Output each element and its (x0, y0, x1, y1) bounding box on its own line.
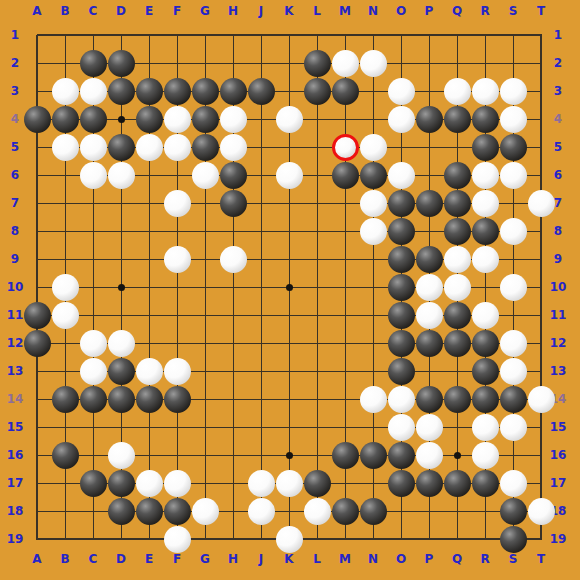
point-T8[interactable] (527, 217, 555, 245)
point-A3[interactable] (23, 77, 51, 105)
point-A14[interactable] (23, 385, 51, 413)
point-L1[interactable] (303, 21, 331, 49)
point-S15[interactable] (499, 413, 527, 441)
point-P2[interactable] (415, 49, 443, 77)
point-E15[interactable] (135, 413, 163, 441)
point-C6[interactable] (79, 161, 107, 189)
point-E5[interactable] (135, 133, 163, 161)
point-T18[interactable] (527, 497, 555, 525)
point-E19[interactable] (135, 525, 163, 553)
point-T2[interactable] (527, 49, 555, 77)
point-F6[interactable] (163, 161, 191, 189)
point-L5[interactable] (303, 133, 331, 161)
point-G18[interactable] (191, 497, 219, 525)
point-A18[interactable] (23, 497, 51, 525)
point-D17[interactable] (107, 469, 135, 497)
point-J17[interactable] (247, 469, 275, 497)
point-Q11[interactable] (443, 301, 471, 329)
point-T6[interactable] (527, 161, 555, 189)
point-R2[interactable] (471, 49, 499, 77)
point-E2[interactable] (135, 49, 163, 77)
point-E1[interactable] (135, 21, 163, 49)
point-H18[interactable] (219, 497, 247, 525)
point-C7[interactable] (79, 189, 107, 217)
point-E9[interactable] (135, 245, 163, 273)
point-N12[interactable] (359, 329, 387, 357)
point-B7[interactable] (51, 189, 79, 217)
point-Q13[interactable] (443, 357, 471, 385)
point-M1[interactable] (331, 21, 359, 49)
point-E6[interactable] (135, 161, 163, 189)
point-T3[interactable] (527, 77, 555, 105)
point-S13[interactable] (499, 357, 527, 385)
point-D3[interactable] (107, 77, 135, 105)
point-O14[interactable] (387, 385, 415, 413)
point-R7[interactable] (471, 189, 499, 217)
point-G17[interactable] (191, 469, 219, 497)
point-F8[interactable] (163, 217, 191, 245)
point-E4[interactable] (135, 105, 163, 133)
point-A10[interactable] (23, 273, 51, 301)
point-L17[interactable] (303, 469, 331, 497)
point-H14[interactable] (219, 385, 247, 413)
point-B14[interactable] (51, 385, 79, 413)
point-A19[interactable] (23, 525, 51, 553)
point-S11[interactable] (499, 301, 527, 329)
point-K3[interactable] (275, 77, 303, 105)
point-L2[interactable] (303, 49, 331, 77)
point-D5[interactable] (107, 133, 135, 161)
point-M7[interactable] (331, 189, 359, 217)
point-F17[interactable] (163, 469, 191, 497)
point-O2[interactable] (387, 49, 415, 77)
point-Q4[interactable] (443, 105, 471, 133)
point-J18[interactable] (247, 497, 275, 525)
point-H2[interactable] (219, 49, 247, 77)
point-R10[interactable] (471, 273, 499, 301)
point-N4[interactable] (359, 105, 387, 133)
point-O4[interactable] (387, 105, 415, 133)
point-S10[interactable] (499, 273, 527, 301)
point-F9[interactable] (163, 245, 191, 273)
point-P19[interactable] (415, 525, 443, 553)
point-E16[interactable] (135, 441, 163, 469)
point-D12[interactable] (107, 329, 135, 357)
point-B18[interactable] (51, 497, 79, 525)
point-H4[interactable] (219, 105, 247, 133)
point-J7[interactable] (247, 189, 275, 217)
point-Q1[interactable] (443, 21, 471, 49)
point-A2[interactable] (23, 49, 51, 77)
point-C8[interactable] (79, 217, 107, 245)
point-R1[interactable] (471, 21, 499, 49)
point-S7[interactable] (499, 189, 527, 217)
point-R4[interactable] (471, 105, 499, 133)
point-J15[interactable] (247, 413, 275, 441)
point-T17[interactable] (527, 469, 555, 497)
point-P5[interactable] (415, 133, 443, 161)
point-K9[interactable] (275, 245, 303, 273)
point-L15[interactable] (303, 413, 331, 441)
point-D6[interactable] (107, 161, 135, 189)
point-K4[interactable] (275, 105, 303, 133)
point-C2[interactable] (79, 49, 107, 77)
point-K18[interactable] (275, 497, 303, 525)
point-J14[interactable] (247, 385, 275, 413)
point-D4[interactable] (107, 105, 135, 133)
point-P11[interactable] (415, 301, 443, 329)
point-M6[interactable] (331, 161, 359, 189)
point-M3[interactable] (331, 77, 359, 105)
point-N14[interactable] (359, 385, 387, 413)
point-M9[interactable] (331, 245, 359, 273)
point-F11[interactable] (163, 301, 191, 329)
point-F7[interactable] (163, 189, 191, 217)
point-K12[interactable] (275, 329, 303, 357)
point-L3[interactable] (303, 77, 331, 105)
point-F3[interactable] (163, 77, 191, 105)
point-F12[interactable] (163, 329, 191, 357)
point-A13[interactable] (23, 357, 51, 385)
point-D2[interactable] (107, 49, 135, 77)
point-G10[interactable] (191, 273, 219, 301)
point-E10[interactable] (135, 273, 163, 301)
point-L14[interactable] (303, 385, 331, 413)
point-Q5[interactable] (443, 133, 471, 161)
point-T4[interactable] (527, 105, 555, 133)
point-N6[interactable] (359, 161, 387, 189)
point-S4[interactable] (499, 105, 527, 133)
point-M13[interactable] (331, 357, 359, 385)
point-B6[interactable] (51, 161, 79, 189)
point-C18[interactable] (79, 497, 107, 525)
point-L4[interactable] (303, 105, 331, 133)
point-H7[interactable] (219, 189, 247, 217)
point-N13[interactable] (359, 357, 387, 385)
point-P14[interactable] (415, 385, 443, 413)
point-O12[interactable] (387, 329, 415, 357)
point-J6[interactable] (247, 161, 275, 189)
point-G11[interactable] (191, 301, 219, 329)
point-J12[interactable] (247, 329, 275, 357)
point-Q10[interactable] (443, 273, 471, 301)
point-K10[interactable] (275, 273, 303, 301)
point-M14[interactable] (331, 385, 359, 413)
point-H9[interactable] (219, 245, 247, 273)
point-K13[interactable] (275, 357, 303, 385)
point-H12[interactable] (219, 329, 247, 357)
point-O9[interactable] (387, 245, 415, 273)
point-M16[interactable] (331, 441, 359, 469)
point-R18[interactable] (471, 497, 499, 525)
point-H10[interactable] (219, 273, 247, 301)
point-G16[interactable] (191, 441, 219, 469)
point-R16[interactable] (471, 441, 499, 469)
point-D15[interactable] (107, 413, 135, 441)
point-H8[interactable] (219, 217, 247, 245)
point-O13[interactable] (387, 357, 415, 385)
point-P13[interactable] (415, 357, 443, 385)
point-C19[interactable] (79, 525, 107, 553)
point-N19[interactable] (359, 525, 387, 553)
point-L16[interactable] (303, 441, 331, 469)
point-T1[interactable] (527, 21, 555, 49)
point-G13[interactable] (191, 357, 219, 385)
point-G4[interactable] (191, 105, 219, 133)
point-C4[interactable] (79, 105, 107, 133)
point-M17[interactable] (331, 469, 359, 497)
point-C1[interactable] (79, 21, 107, 49)
point-E7[interactable] (135, 189, 163, 217)
point-K2[interactable] (275, 49, 303, 77)
point-L18[interactable] (303, 497, 331, 525)
point-G5[interactable] (191, 133, 219, 161)
point-A16[interactable] (23, 441, 51, 469)
point-D10[interactable] (107, 273, 135, 301)
point-F13[interactable] (163, 357, 191, 385)
point-F5[interactable] (163, 133, 191, 161)
point-T14[interactable] (527, 385, 555, 413)
point-P12[interactable] (415, 329, 443, 357)
point-S12[interactable] (499, 329, 527, 357)
point-R8[interactable] (471, 217, 499, 245)
point-P8[interactable] (415, 217, 443, 245)
point-D11[interactable] (107, 301, 135, 329)
point-N5[interactable] (359, 133, 387, 161)
point-N7[interactable] (359, 189, 387, 217)
point-S14[interactable] (499, 385, 527, 413)
point-K7[interactable] (275, 189, 303, 217)
point-K6[interactable] (275, 161, 303, 189)
point-J8[interactable] (247, 217, 275, 245)
point-P17[interactable] (415, 469, 443, 497)
point-D9[interactable] (107, 245, 135, 273)
point-S16[interactable] (499, 441, 527, 469)
point-J11[interactable] (247, 301, 275, 329)
point-C10[interactable] (79, 273, 107, 301)
point-T16[interactable] (527, 441, 555, 469)
point-F19[interactable] (163, 525, 191, 553)
point-B11[interactable] (51, 301, 79, 329)
point-C11[interactable] (79, 301, 107, 329)
point-S6[interactable] (499, 161, 527, 189)
point-J3[interactable] (247, 77, 275, 105)
point-J2[interactable] (247, 49, 275, 77)
point-F18[interactable] (163, 497, 191, 525)
point-M10[interactable] (331, 273, 359, 301)
point-R12[interactable] (471, 329, 499, 357)
point-D16[interactable] (107, 441, 135, 469)
point-H1[interactable] (219, 21, 247, 49)
point-O5[interactable] (387, 133, 415, 161)
point-F10[interactable] (163, 273, 191, 301)
point-C5[interactable] (79, 133, 107, 161)
point-E11[interactable] (135, 301, 163, 329)
point-N15[interactable] (359, 413, 387, 441)
point-L12[interactable] (303, 329, 331, 357)
point-E8[interactable] (135, 217, 163, 245)
point-M11[interactable] (331, 301, 359, 329)
point-S9[interactable] (499, 245, 527, 273)
point-K17[interactable] (275, 469, 303, 497)
point-A17[interactable] (23, 469, 51, 497)
point-P16[interactable] (415, 441, 443, 469)
point-E3[interactable] (135, 77, 163, 105)
point-P18[interactable] (415, 497, 443, 525)
point-H6[interactable] (219, 161, 247, 189)
point-N2[interactable] (359, 49, 387, 77)
point-G19[interactable] (191, 525, 219, 553)
point-Q12[interactable] (443, 329, 471, 357)
point-K11[interactable] (275, 301, 303, 329)
point-L11[interactable] (303, 301, 331, 329)
point-J1[interactable] (247, 21, 275, 49)
point-C16[interactable] (79, 441, 107, 469)
point-A7[interactable] (23, 189, 51, 217)
point-P6[interactable] (415, 161, 443, 189)
point-E14[interactable] (135, 385, 163, 413)
point-B10[interactable] (51, 273, 79, 301)
point-M4[interactable] (331, 105, 359, 133)
point-H17[interactable] (219, 469, 247, 497)
point-R19[interactable] (471, 525, 499, 553)
point-T9[interactable] (527, 245, 555, 273)
point-M8[interactable] (331, 217, 359, 245)
point-Q16[interactable] (443, 441, 471, 469)
point-B19[interactable] (51, 525, 79, 553)
point-C15[interactable] (79, 413, 107, 441)
point-P1[interactable] (415, 21, 443, 49)
point-Q6[interactable] (443, 161, 471, 189)
point-K8[interactable] (275, 217, 303, 245)
point-O8[interactable] (387, 217, 415, 245)
point-D8[interactable] (107, 217, 135, 245)
point-K5[interactable] (275, 133, 303, 161)
point-R13[interactable] (471, 357, 499, 385)
point-N9[interactable] (359, 245, 387, 273)
point-A15[interactable] (23, 413, 51, 441)
point-J13[interactable] (247, 357, 275, 385)
point-E18[interactable] (135, 497, 163, 525)
point-N17[interactable] (359, 469, 387, 497)
point-T7[interactable] (527, 189, 555, 217)
point-G9[interactable] (191, 245, 219, 273)
point-H15[interactable] (219, 413, 247, 441)
point-A6[interactable] (23, 161, 51, 189)
point-T15[interactable] (527, 413, 555, 441)
point-B3[interactable] (51, 77, 79, 105)
point-R3[interactable] (471, 77, 499, 105)
point-C14[interactable] (79, 385, 107, 413)
point-N1[interactable] (359, 21, 387, 49)
point-L13[interactable] (303, 357, 331, 385)
point-Q15[interactable] (443, 413, 471, 441)
point-L6[interactable] (303, 161, 331, 189)
point-O3[interactable] (387, 77, 415, 105)
point-A4[interactable] (23, 105, 51, 133)
point-S3[interactable] (499, 77, 527, 105)
point-Q19[interactable] (443, 525, 471, 553)
point-K16[interactable] (275, 441, 303, 469)
point-G6[interactable] (191, 161, 219, 189)
point-B2[interactable] (51, 49, 79, 77)
point-A5[interactable] (23, 133, 51, 161)
point-B4[interactable] (51, 105, 79, 133)
point-K14[interactable] (275, 385, 303, 413)
point-L7[interactable] (303, 189, 331, 217)
point-E12[interactable] (135, 329, 163, 357)
point-G1[interactable] (191, 21, 219, 49)
point-D7[interactable] (107, 189, 135, 217)
point-E17[interactable] (135, 469, 163, 497)
point-B16[interactable] (51, 441, 79, 469)
point-C13[interactable] (79, 357, 107, 385)
point-O10[interactable] (387, 273, 415, 301)
point-O7[interactable] (387, 189, 415, 217)
point-R6[interactable] (471, 161, 499, 189)
point-N16[interactable] (359, 441, 387, 469)
point-Q18[interactable] (443, 497, 471, 525)
point-P3[interactable] (415, 77, 443, 105)
point-O16[interactable] (387, 441, 415, 469)
point-T11[interactable] (527, 301, 555, 329)
point-O15[interactable] (387, 413, 415, 441)
point-M5[interactable] (331, 133, 359, 161)
point-L19[interactable] (303, 525, 331, 553)
point-S17[interactable] (499, 469, 527, 497)
point-A9[interactable] (23, 245, 51, 273)
point-H13[interactable] (219, 357, 247, 385)
point-P7[interactable] (415, 189, 443, 217)
point-S2[interactable] (499, 49, 527, 77)
point-M2[interactable] (331, 49, 359, 77)
point-G14[interactable] (191, 385, 219, 413)
point-S19[interactable] (499, 525, 527, 553)
point-G15[interactable] (191, 413, 219, 441)
point-P4[interactable] (415, 105, 443, 133)
point-G8[interactable] (191, 217, 219, 245)
point-R11[interactable] (471, 301, 499, 329)
point-Q14[interactable] (443, 385, 471, 413)
point-R14[interactable] (471, 385, 499, 413)
point-Q2[interactable] (443, 49, 471, 77)
point-K15[interactable] (275, 413, 303, 441)
point-T5[interactable] (527, 133, 555, 161)
point-N18[interactable] (359, 497, 387, 525)
point-G12[interactable] (191, 329, 219, 357)
point-O6[interactable] (387, 161, 415, 189)
point-O17[interactable] (387, 469, 415, 497)
point-B1[interactable] (51, 21, 79, 49)
point-D13[interactable] (107, 357, 135, 385)
point-R9[interactable] (471, 245, 499, 273)
point-D1[interactable] (107, 21, 135, 49)
point-F2[interactable] (163, 49, 191, 77)
point-R17[interactable] (471, 469, 499, 497)
point-C3[interactable] (79, 77, 107, 105)
point-G7[interactable] (191, 189, 219, 217)
point-N10[interactable] (359, 273, 387, 301)
point-H3[interactable] (219, 77, 247, 105)
point-O11[interactable] (387, 301, 415, 329)
point-J10[interactable] (247, 273, 275, 301)
point-T10[interactable] (527, 273, 555, 301)
point-M18[interactable] (331, 497, 359, 525)
point-J5[interactable] (247, 133, 275, 161)
point-O1[interactable] (387, 21, 415, 49)
point-B5[interactable] (51, 133, 79, 161)
point-E13[interactable] (135, 357, 163, 385)
